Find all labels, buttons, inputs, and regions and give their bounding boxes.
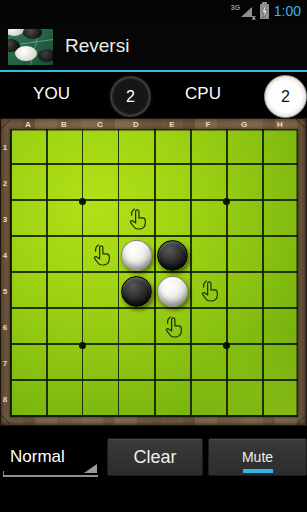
cell-H8[interactable] [262, 381, 298, 417]
cell-D2[interactable] [118, 165, 154, 201]
cell-C6[interactable] [82, 309, 118, 345]
cell-C3[interactable] [82, 201, 118, 237]
cell-D7[interactable] [118, 345, 154, 381]
player-score: 2 [126, 88, 135, 106]
col-label-G: G [241, 120, 247, 129]
cell-C1[interactable] [82, 129, 118, 165]
cell-F7[interactable] [190, 345, 226, 381]
cell-A5[interactable] [10, 273, 46, 309]
board-surface [10, 129, 298, 417]
cell-B3[interactable] [46, 201, 82, 237]
cell-H4[interactable] [262, 237, 298, 273]
star-point [223, 198, 230, 205]
black-disc-E4 [157, 240, 188, 271]
difficulty-value: Normal [10, 447, 65, 467]
cpu-score: 2 [281, 88, 290, 106]
cell-A1[interactable] [10, 129, 46, 165]
cell-B2[interactable] [46, 165, 82, 201]
cell-F2[interactable] [190, 165, 226, 201]
reversi-board: ABCDEFGH12345678 [0, 118, 307, 426]
cell-B4[interactable] [46, 237, 82, 273]
page-title: Reversi [65, 35, 129, 57]
clear-button[interactable]: Clear [107, 438, 203, 476]
cell-G6[interactable] [226, 309, 262, 345]
cell-H2[interactable] [262, 165, 298, 201]
cell-E1[interactable] [154, 129, 190, 165]
cell-A6[interactable] [10, 309, 46, 345]
row-label-3: 3 [3, 215, 7, 224]
cell-B8[interactable] [46, 381, 82, 417]
difficulty-spinner[interactable]: Normal [0, 440, 102, 478]
cell-E7[interactable] [154, 345, 190, 381]
cell-G5[interactable] [226, 273, 262, 309]
row-label-7: 7 [3, 359, 7, 368]
status-bar: 3G x 1:00 [0, 0, 307, 22]
star-point [223, 342, 230, 349]
cell-F1[interactable] [190, 129, 226, 165]
cell-F6[interactable] [190, 309, 226, 345]
cell-D6[interactable] [118, 309, 154, 345]
col-label-F: F [206, 120, 211, 129]
action-bar: Reversi [0, 22, 307, 72]
col-label-B: B [61, 120, 67, 129]
row-label-2: 2 [3, 179, 7, 188]
player-label: YOU [0, 84, 103, 104]
mute-on-indicator [243, 469, 273, 473]
cell-C5[interactable] [82, 273, 118, 309]
cell-F3[interactable] [190, 201, 226, 237]
mute-button-label: Mute [242, 449, 273, 465]
cell-G1[interactable] [226, 129, 262, 165]
col-label-E: E [169, 120, 174, 129]
row-label-1: 1 [3, 143, 7, 152]
cell-G8[interactable] [226, 381, 262, 417]
clock: 1:00 [274, 0, 301, 22]
network-type-label: 3G [231, 4, 240, 11]
player-score-disc: 2 [109, 75, 152, 118]
cell-H1[interactable] [262, 129, 298, 165]
white-disc-E5 [157, 276, 188, 307]
legal-move-hint-E6[interactable] [162, 314, 182, 340]
cell-G4[interactable] [226, 237, 262, 273]
col-label-A: A [25, 120, 31, 129]
white-disc-D4 [121, 240, 152, 271]
cell-B1[interactable] [46, 129, 82, 165]
cpu-score-disc: 2 [264, 75, 307, 118]
cell-G7[interactable] [226, 345, 262, 381]
cell-G3[interactable] [226, 201, 262, 237]
cell-E8[interactable] [154, 381, 190, 417]
black-disc-D5 [121, 276, 152, 307]
clear-button-label: Clear [133, 447, 176, 468]
cell-E2[interactable] [154, 165, 190, 201]
row-label-4: 4 [3, 251, 7, 260]
mute-toggle-button[interactable]: Mute [208, 438, 307, 476]
cell-H6[interactable] [262, 309, 298, 345]
row-label-8: 8 [3, 395, 7, 404]
cell-F4[interactable] [190, 237, 226, 273]
cell-H5[interactable] [262, 273, 298, 309]
star-point [79, 198, 86, 205]
star-point [79, 342, 86, 349]
signal-triangle-icon [241, 7, 252, 17]
no-data-x-icon: x [252, 14, 256, 21]
cell-A7[interactable] [10, 345, 46, 381]
cell-D8[interactable] [118, 381, 154, 417]
legal-move-hint-C4[interactable] [90, 242, 110, 268]
cell-A4[interactable] [10, 237, 46, 273]
cpu-label: CPU [157, 84, 249, 104]
cell-D1[interactable] [118, 129, 154, 165]
cell-A3[interactable] [10, 201, 46, 237]
cell-F8[interactable] [190, 381, 226, 417]
cell-B7[interactable] [46, 345, 82, 381]
cell-C8[interactable] [82, 381, 118, 417]
cell-B5[interactable] [46, 273, 82, 309]
score-bar: YOU 2 CPU 2 [0, 72, 307, 118]
screen: 3G x 1:00 Reversi YOU 2 CPU 2 ABC [0, 0, 307, 512]
cell-G2[interactable] [226, 165, 262, 201]
row-label-6: 6 [3, 323, 7, 332]
cell-C2[interactable] [82, 165, 118, 201]
col-label-D: D [133, 120, 139, 129]
cell-H3[interactable] [262, 201, 298, 237]
col-label-H: H [277, 120, 283, 129]
col-label-C: C [97, 120, 103, 129]
row-label-5: 5 [3, 287, 7, 296]
legal-move-hint-D3[interactable] [126, 206, 146, 232]
legal-move-hint-F5[interactable] [198, 278, 218, 304]
spinner-underline [3, 471, 98, 477]
battery-charging-icon [260, 4, 269, 19]
frame-miter-top-left [1, 119, 11, 129]
frame-miter-top-right [296, 119, 306, 129]
cell-H7[interactable] [262, 345, 298, 381]
app-icon [8, 29, 53, 65]
cell-E3[interactable] [154, 201, 190, 237]
mobile-signal-icon: 3G x [231, 4, 255, 19]
cell-C7[interactable] [82, 345, 118, 381]
cell-A2[interactable] [10, 165, 46, 201]
bottom-controls: Normal Clear Mute [0, 438, 307, 480]
cell-B6[interactable] [46, 309, 82, 345]
cell-A8[interactable] [10, 381, 46, 417]
